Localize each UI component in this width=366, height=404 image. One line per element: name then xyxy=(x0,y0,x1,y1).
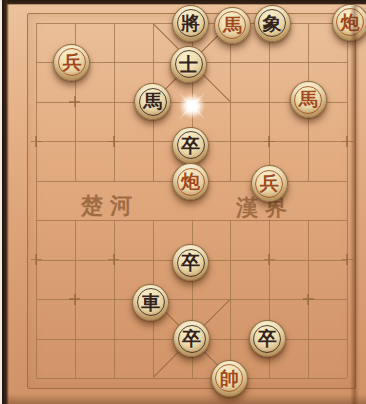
piece-black-chariot[interactable]: 車 xyxy=(132,284,169,321)
piece-black-elephant[interactable]: 象 xyxy=(254,5,291,42)
piece-character: 卒 xyxy=(174,321,209,356)
piece-black-advisor[interactable]: 士 xyxy=(170,46,207,83)
star-point xyxy=(303,294,314,305)
star-point xyxy=(31,136,42,147)
piece-black-soldier[interactable]: 卒 xyxy=(249,320,286,357)
star-point xyxy=(264,136,275,147)
grid-line xyxy=(36,378,347,379)
piece-red-general[interactable]: 帥 xyxy=(211,360,248,397)
piece-character: 兵 xyxy=(252,166,287,201)
piece-character: 帥 xyxy=(212,361,247,396)
piece-red-cannon[interactable]: 炮 xyxy=(332,4,366,41)
board-bottom-edge-shade xyxy=(0,394,366,404)
grid-line xyxy=(347,23,348,378)
piece-character: 馬 xyxy=(215,8,250,43)
star-point xyxy=(69,96,80,107)
piece-black-soldier[interactable]: 卒 xyxy=(172,244,209,281)
grid-line xyxy=(230,23,231,181)
piece-black-soldier[interactable]: 卒 xyxy=(172,127,209,164)
piece-red-horse[interactable]: 馬 xyxy=(214,7,251,44)
piece-red-cannon[interactable]: 炮 xyxy=(172,163,209,200)
star-point xyxy=(108,136,119,147)
piece-character: 士 xyxy=(171,47,206,82)
board-right-edge-shade xyxy=(350,6,360,404)
star-point xyxy=(108,254,119,265)
piece-character: 卒 xyxy=(173,245,208,280)
piece-red-soldier[interactable]: 兵 xyxy=(53,44,90,81)
xiangqi-app-screen: 楚河 漢界 將馬象炮兵士馬馬卒炮兵卒車卒卒帥 xyxy=(0,0,366,404)
piece-character: 車 xyxy=(133,285,168,320)
piece-character: 卒 xyxy=(173,128,208,163)
grid-line xyxy=(114,220,115,378)
piece-character: 象 xyxy=(255,6,290,41)
grid-line xyxy=(114,23,115,181)
star-point xyxy=(69,294,80,305)
piece-black-general[interactable]: 將 xyxy=(172,5,209,42)
piece-character: 兵 xyxy=(54,45,89,80)
piece-character: 將 xyxy=(173,6,208,41)
grid-line xyxy=(269,23,270,181)
grid-line xyxy=(36,23,37,378)
piece-character: 馬 xyxy=(135,84,170,119)
piece-character: 馬 xyxy=(291,82,326,117)
piece-character: 卒 xyxy=(250,321,285,356)
piece-black-soldier[interactable]: 卒 xyxy=(173,320,210,357)
star-point xyxy=(264,254,275,265)
river-text-left: 楚河 xyxy=(81,191,139,221)
piece-character: 炮 xyxy=(173,164,208,199)
piece-black-horse[interactable]: 馬 xyxy=(134,83,171,120)
grid-line xyxy=(230,220,231,378)
screen-edge-left-dark xyxy=(2,0,9,404)
star-point xyxy=(31,254,42,265)
screen-edge-top xyxy=(0,0,366,5)
piece-red-horse[interactable]: 馬 xyxy=(290,81,327,118)
piece-red-soldier[interactable]: 兵 xyxy=(251,165,288,202)
